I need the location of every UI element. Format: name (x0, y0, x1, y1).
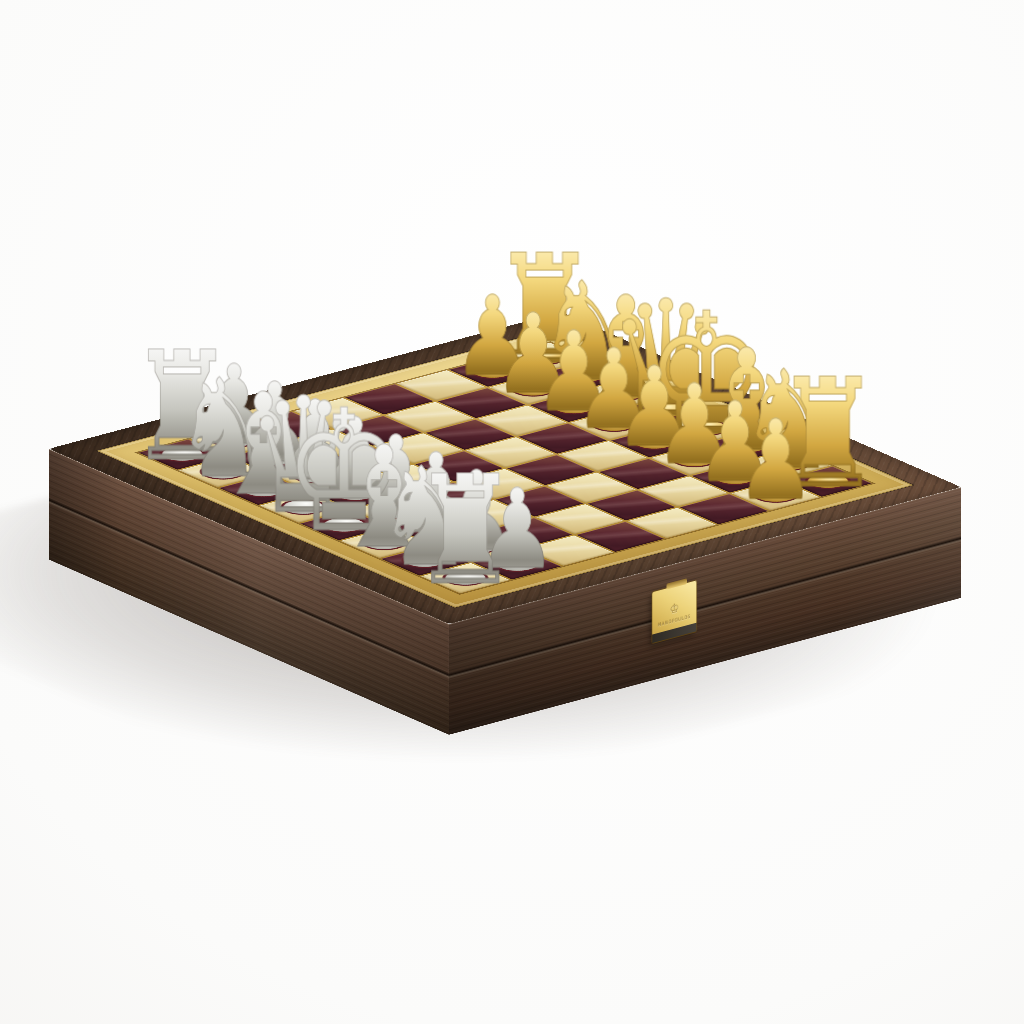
brand-logo-icon: ♔ (670, 600, 679, 617)
clasp-engraving: ♔ MANOPOULOS (653, 580, 696, 644)
wooden-case: ♜♞♟♝♟♛♟♚♟♝♟♞♟♟♜♟♟♜♟♟♞♟♝♟♛♟♚♟♝♟♞♜ ♔ MANOP… (49, 312, 961, 624)
photo-backdrop: ♜♞♟♝♟♛♟♚♟♝♟♞♟♟♜♟♟♜♟♟♞♟♝♟♛♟♚♟♝♟♞♜ ♔ MANOP… (0, 0, 1024, 1024)
latch-clasp: ♔ MANOPOULOS (652, 580, 696, 643)
